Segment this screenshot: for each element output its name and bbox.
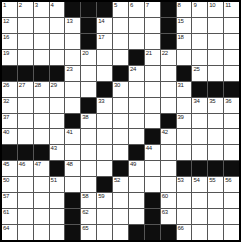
grid-cell[interactable]: 48	[65, 161, 80, 176]
grid-cell[interactable]	[192, 225, 207, 240]
grid-cell[interactable]	[192, 145, 207, 160]
grid-cell[interactable]: 58	[81, 193, 96, 208]
grid-cell[interactable]	[145, 34, 160, 49]
black-square	[177, 66, 192, 81]
grid-cell[interactable]	[129, 209, 144, 224]
clue-number: 43	[51, 145, 57, 152]
clue-number: 65	[82, 225, 88, 232]
black-square	[50, 66, 65, 81]
grid-cell[interactable]	[161, 98, 176, 113]
grid-cell[interactable]	[113, 34, 128, 49]
grid-cell[interactable]: 35	[208, 98, 223, 113]
grid-cell[interactable]: 62	[81, 209, 96, 224]
black-square	[81, 18, 96, 33]
grid-cell[interactable]: 15	[177, 18, 192, 33]
clue-number: 25	[193, 66, 199, 73]
grid-cell[interactable]	[97, 129, 112, 144]
grid-cell[interactable]: 66	[177, 225, 192, 240]
grid-cell[interactable]: 16	[2, 34, 17, 49]
grid-cell[interactable]	[129, 34, 144, 49]
grid-cell[interactable]	[18, 50, 33, 65]
black-square	[65, 193, 80, 208]
clue-number: 18	[178, 34, 184, 41]
grid-cell[interactable]: 40	[2, 129, 17, 144]
grid-cell[interactable]: 11	[224, 2, 239, 17]
black-square	[161, 34, 176, 49]
clue-number: 40	[3, 129, 9, 136]
grid-cell[interactable]: 12	[2, 18, 17, 33]
grid-cell[interactable]	[192, 193, 207, 208]
grid-cell[interactable]: 64	[2, 225, 17, 240]
grid-cell[interactable]	[113, 225, 128, 240]
grid-cell[interactable]: 34	[192, 98, 207, 113]
grid-cell[interactable]: 59	[97, 193, 112, 208]
grid-cell[interactable]: 56	[224, 177, 239, 192]
grid-cell[interactable]: 61	[2, 209, 17, 224]
grid-cell[interactable]: 42	[161, 129, 176, 144]
grid-cell[interactable]	[224, 66, 239, 81]
grid-cell[interactable]: 47	[34, 161, 49, 176]
clue-number: 45	[3, 161, 9, 168]
clue-number: 1	[3, 2, 6, 9]
clue-number: 59	[98, 193, 104, 200]
grid-cell[interactable]: 50	[2, 177, 17, 192]
clue-number: 37	[3, 114, 9, 121]
black-square	[34, 66, 49, 81]
grid-cell[interactable]	[113, 18, 128, 33]
grid-cell[interactable]: 52	[113, 177, 128, 192]
grid-cell[interactable]: 32	[2, 98, 17, 113]
grid-cell[interactable]: 20	[81, 50, 96, 65]
clue-number: 51	[51, 177, 57, 184]
grid-cell[interactable]	[224, 129, 239, 144]
grid-cell[interactable]	[224, 145, 239, 160]
grid-cell[interactable]	[97, 114, 112, 129]
clue-number: 42	[162, 129, 168, 136]
grid-cell[interactable]: 46	[18, 161, 33, 176]
grid-cell[interactable]	[97, 225, 112, 240]
grid-cell[interactable]	[65, 98, 80, 113]
clue-number: 26	[3, 82, 9, 89]
grid-cell[interactable]	[145, 161, 160, 176]
grid-cell[interactable]	[18, 193, 33, 208]
grid-cell[interactable]	[50, 114, 65, 129]
grid-cell[interactable]	[65, 177, 80, 192]
grid-cell[interactable]	[113, 114, 128, 129]
grid-cell[interactable]	[34, 114, 49, 129]
clue-number: 17	[98, 34, 104, 41]
grid-cell[interactable]	[224, 114, 239, 129]
grid-cell[interactable]: 28	[34, 82, 49, 97]
grid-cell[interactable]: 17	[97, 34, 112, 49]
grid-cell[interactable]	[224, 193, 239, 208]
grid-cell[interactable]	[97, 50, 112, 65]
grid-cell[interactable]	[113, 209, 128, 224]
grid-cell[interactable]	[145, 114, 160, 129]
grid-cell[interactable]	[145, 66, 160, 81]
grid-cell[interactable]: 9	[192, 2, 207, 17]
grid-cell[interactable]	[113, 129, 128, 144]
black-square	[81, 34, 96, 49]
grid-cell[interactable]	[208, 66, 223, 81]
grid-cell[interactable]: 8	[177, 2, 192, 17]
clue-number: 49	[130, 161, 136, 168]
clue-number: 22	[162, 50, 168, 57]
grid-cell[interactable]: 1	[2, 2, 17, 17]
grid-cell[interactable]	[113, 98, 128, 113]
grid-cell[interactable]	[145, 82, 160, 97]
grid-cell[interactable]	[50, 98, 65, 113]
grid-cell[interactable]: 13	[65, 18, 80, 33]
grid-cell[interactable]	[145, 98, 160, 113]
grid-cell[interactable]: 23	[65, 66, 80, 81]
clue-number: 34	[193, 98, 199, 105]
black-square	[192, 161, 207, 176]
black-square	[145, 209, 160, 224]
clue-number: 6	[130, 2, 133, 9]
clue-number: 9	[193, 2, 196, 9]
black-square	[224, 82, 239, 97]
grid-cell[interactable]: 22	[161, 50, 176, 65]
grid-cell[interactable]	[224, 50, 239, 65]
grid-cell[interactable]	[177, 50, 192, 65]
grid-cell[interactable]	[192, 129, 207, 144]
clue-number: 27	[19, 82, 25, 89]
grid-cell[interactable]	[208, 209, 223, 224]
black-square	[177, 161, 192, 176]
black-square	[208, 82, 223, 97]
grid-cell[interactable]	[18, 98, 33, 113]
grid-cell[interactable]: 54	[192, 177, 207, 192]
clue-number: 41	[66, 129, 72, 136]
grid-cell[interactable]	[208, 225, 223, 240]
grid-cell[interactable]	[129, 177, 144, 192]
black-square	[145, 129, 160, 144]
clue-number: 15	[178, 18, 184, 25]
black-square	[97, 177, 112, 192]
black-square	[18, 145, 33, 160]
grid-cell[interactable]	[81, 129, 96, 144]
black-square	[129, 50, 144, 65]
black-square	[208, 161, 223, 176]
grid-cell[interactable]	[192, 114, 207, 129]
clue-number: 64	[3, 225, 9, 232]
black-square	[65, 114, 80, 129]
grid-cell[interactable]: 25	[192, 66, 207, 81]
grid-cell[interactable]	[177, 193, 192, 208]
grid-cell[interactable]	[34, 177, 49, 192]
grid-cell[interactable]: 27	[18, 82, 33, 97]
clue-number: 20	[82, 50, 88, 57]
grid-cell[interactable]: 36	[224, 98, 239, 113]
black-square	[161, 18, 176, 33]
grid-cell[interactable]: 39	[177, 114, 192, 129]
grid-cell[interactable]	[81, 145, 96, 160]
grid-cell[interactable]	[145, 177, 160, 192]
clue-number: 62	[82, 209, 88, 216]
grid-cell[interactable]: 21	[145, 50, 160, 65]
grid-cell[interactable]	[34, 98, 49, 113]
grid-cell[interactable]	[50, 50, 65, 65]
black-square	[161, 2, 176, 17]
crossword-grid: 1234567891011121314151617181920212223242…	[0, 0, 241, 242]
grid-cell[interactable]: 4	[50, 2, 65, 17]
grid-cell[interactable]	[50, 129, 65, 144]
grid-cell[interactable]: 30	[113, 82, 128, 97]
grid-cell[interactable]: 24	[129, 66, 144, 81]
clue-number: 36	[225, 98, 231, 105]
clue-number: 61	[3, 209, 9, 216]
grid-cell[interactable]	[192, 18, 207, 33]
grid-cell[interactable]: 29	[50, 82, 65, 97]
grid-cell[interactable]: 5	[113, 2, 128, 17]
grid-cell[interactable]	[18, 225, 33, 240]
grid-cell[interactable]	[192, 34, 207, 49]
black-square	[81, 98, 96, 113]
grid-cell[interactable]: 63	[161, 209, 176, 224]
black-square	[129, 225, 144, 240]
grid-cell[interactable]	[224, 18, 239, 33]
grid-cell[interactable]	[208, 34, 223, 49]
grid-cell[interactable]: 6	[129, 2, 144, 17]
clue-number: 33	[98, 98, 104, 105]
grid-cell[interactable]: 19	[2, 50, 17, 65]
clue-number: 19	[3, 50, 9, 57]
grid-cell[interactable]	[192, 50, 207, 65]
grid-cell[interactable]: 43	[50, 145, 65, 160]
clue-number: 3	[35, 2, 38, 9]
grid-cell[interactable]	[18, 129, 33, 144]
clue-number: 30	[114, 82, 120, 89]
grid-cell[interactable]: 31	[177, 82, 192, 97]
grid-cell[interactable]: 2	[18, 2, 33, 17]
grid-cell[interactable]	[208, 114, 223, 129]
grid-cell[interactable]	[97, 145, 112, 160]
grid-cell[interactable]	[34, 193, 49, 208]
clue-number: 28	[35, 82, 41, 89]
grid-cell[interactable]: 37	[2, 114, 17, 129]
grid-cell[interactable]	[18, 18, 33, 33]
clue-number: 24	[130, 66, 136, 73]
grid-cell[interactable]	[208, 50, 223, 65]
grid-cell[interactable]	[129, 193, 144, 208]
grid-cell[interactable]	[208, 145, 223, 160]
black-square	[145, 225, 160, 240]
grid-cell[interactable]	[50, 18, 65, 33]
grid-cell[interactable]: 51	[50, 177, 65, 192]
grid-cell[interactable]	[81, 66, 96, 81]
grid-cell[interactable]	[161, 177, 176, 192]
clue-number: 58	[82, 193, 88, 200]
grid-cell[interactable]	[129, 18, 144, 33]
grid-cell[interactable]: 53	[177, 177, 192, 192]
grid-cell[interactable]	[129, 82, 144, 97]
clue-number: 14	[98, 18, 104, 25]
grid-cell[interactable]	[129, 114, 144, 129]
clue-number: 38	[82, 114, 88, 121]
grid-cell[interactable]	[34, 18, 49, 33]
clue-number: 10	[209, 2, 215, 9]
black-square	[97, 2, 112, 17]
clue-number: 8	[178, 2, 181, 9]
grid-cell[interactable]: 10	[208, 2, 223, 17]
clue-number: 52	[114, 177, 120, 184]
grid-cell[interactable]	[81, 161, 96, 176]
black-square	[129, 145, 144, 160]
clue-number: 44	[146, 145, 152, 152]
black-square	[113, 66, 128, 81]
grid-cell[interactable]: 44	[145, 145, 160, 160]
clue-number: 16	[3, 34, 9, 41]
black-square	[161, 114, 176, 129]
grid-cell[interactable]	[50, 225, 65, 240]
clue-number: 46	[19, 161, 25, 168]
grid-cell[interactable]	[161, 161, 176, 176]
grid-cell[interactable]	[177, 209, 192, 224]
grid-cell[interactable]: 45	[2, 161, 17, 176]
grid-cell[interactable]	[177, 145, 192, 160]
clue-number: 54	[193, 177, 199, 184]
black-square	[50, 161, 65, 176]
grid-cell[interactable]	[81, 82, 96, 97]
grid-cell[interactable]	[50, 193, 65, 208]
grid-cell[interactable]	[113, 50, 128, 65]
grid-cell[interactable]	[34, 50, 49, 65]
grid-cell[interactable]	[65, 50, 80, 65]
grid-cell[interactable]: 60	[161, 193, 176, 208]
grid-cell[interactable]	[50, 209, 65, 224]
black-square	[18, 66, 33, 81]
grid-cell[interactable]	[34, 34, 49, 49]
grid-cell[interactable]: 41	[65, 129, 80, 144]
grid-cell[interactable]	[177, 129, 192, 144]
grid-cell[interactable]	[18, 34, 33, 49]
grid-cell[interactable]: 26	[2, 82, 17, 97]
black-square	[224, 161, 239, 176]
grid-cell[interactable]	[208, 18, 223, 33]
black-square	[145, 193, 160, 208]
grid-cell[interactable]	[65, 145, 80, 160]
clue-number: 29	[51, 82, 57, 89]
grid-cell[interactable]	[145, 18, 160, 33]
clue-number: 47	[35, 161, 41, 168]
grid-cell[interactable]: 18	[177, 34, 192, 49]
grid-cell[interactable]	[224, 225, 239, 240]
black-square	[65, 2, 80, 17]
grid-cell[interactable]: 55	[208, 177, 223, 192]
black-square	[113, 161, 128, 176]
black-square	[2, 145, 17, 160]
grid-cell[interactable]	[97, 209, 112, 224]
black-square	[2, 66, 17, 81]
clue-number: 4	[51, 2, 54, 9]
clue-number: 2	[19, 2, 22, 9]
grid-cell[interactable]	[161, 82, 176, 97]
clue-number: 12	[3, 18, 9, 25]
grid-cell[interactable]	[161, 66, 176, 81]
grid-cell[interactable]	[18, 114, 33, 129]
clue-number: 56	[225, 177, 231, 184]
grid-cell[interactable]	[97, 66, 112, 81]
clue-number: 31	[178, 82, 184, 89]
grid-cell[interactable]	[177, 98, 192, 113]
grid-cell[interactable]	[161, 145, 176, 160]
clue-number: 39	[178, 114, 184, 121]
grid-cell[interactable]: 49	[129, 161, 144, 176]
clue-number: 35	[209, 98, 215, 105]
clue-number: 53	[178, 177, 184, 184]
clue-number: 50	[3, 177, 9, 184]
grid-cell[interactable]	[65, 82, 80, 97]
grid-cell[interactable]	[208, 129, 223, 144]
grid-cell[interactable]	[208, 193, 223, 208]
crossword-puzzle: 1234567891011121314151617181920212223242…	[0, 0, 241, 242]
grid-cell[interactable]	[113, 193, 128, 208]
grid-cell[interactable]	[192, 209, 207, 224]
black-square	[34, 145, 49, 160]
clue-number: 21	[146, 50, 152, 57]
grid-cell[interactable]	[97, 161, 112, 176]
grid-cell[interactable]: 3	[34, 2, 49, 17]
clue-number: 48	[66, 161, 72, 168]
grid-cell[interactable]	[224, 34, 239, 49]
clue-number: 11	[225, 2, 231, 9]
black-square	[192, 82, 207, 97]
clue-number: 5	[114, 2, 117, 9]
grid-cell[interactable]: 57	[2, 193, 17, 208]
clue-number: 60	[162, 193, 168, 200]
grid-cell[interactable]	[34, 129, 49, 144]
clue-number: 57	[3, 193, 9, 200]
clue-number: 55	[209, 177, 215, 184]
grid-cell[interactable]: 7	[145, 2, 160, 17]
black-square	[81, 2, 96, 17]
grid-cell[interactable]: 65	[81, 225, 96, 240]
grid-cell[interactable]	[81, 177, 96, 192]
grid-cell[interactable]	[65, 34, 80, 49]
black-square	[97, 82, 112, 97]
black-square	[65, 225, 80, 240]
grid-cell[interactable]	[113, 145, 128, 160]
grid-cell[interactable]	[50, 34, 65, 49]
clue-number: 32	[3, 98, 9, 105]
clue-number: 23	[66, 66, 72, 73]
grid-cell[interactable]	[129, 129, 144, 144]
grid-cell[interactable]	[18, 209, 33, 224]
grid-cell[interactable]	[224, 209, 239, 224]
clue-number: 7	[146, 2, 149, 9]
clue-number: 13	[66, 18, 72, 25]
black-square	[65, 209, 80, 224]
grid-cell[interactable]	[129, 98, 144, 113]
grid-cell[interactable]: 38	[81, 114, 96, 129]
grid-cell[interactable]: 33	[97, 98, 112, 113]
grid-cell[interactable]	[18, 177, 33, 192]
clue-number: 66	[178, 225, 184, 232]
grid-cell[interactable]	[34, 225, 49, 240]
grid-cell[interactable]	[34, 209, 49, 224]
grid-cell[interactable]: 14	[97, 18, 112, 33]
black-square	[161, 225, 176, 240]
clue-number: 63	[162, 209, 168, 216]
